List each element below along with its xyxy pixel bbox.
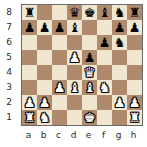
square-c2[interactable] [52, 95, 67, 110]
white-pawn-c3[interactable]: ♟ [54, 80, 66, 95]
square-c4[interactable] [52, 65, 67, 80]
square-g7[interactable]: ♟ [112, 20, 127, 35]
square-h7[interactable]: ♟ [127, 20, 142, 35]
square-c6[interactable] [52, 35, 67, 50]
black-queen-d8[interactable]: ♛ [69, 5, 81, 20]
black-pawn-h7[interactable]: ♟ [129, 20, 141, 35]
square-d5[interactable]: ♟ [67, 50, 82, 65]
white-pawn-a2[interactable]: ♟ [24, 95, 36, 110]
file-labels: abcdefgh [21, 128, 142, 142]
square-h5[interactable] [127, 50, 142, 65]
white-bishop-d3[interactable]: ♝ [69, 80, 81, 95]
rank-label-7: 7 [0, 19, 18, 34]
square-a5[interactable] [22, 50, 37, 65]
square-e1[interactable]: ♚ [82, 110, 97, 125]
black-knight-g8[interactable]: ♞ [114, 5, 126, 20]
white-pawn-d5[interactable]: ♟ [69, 50, 81, 65]
square-f2[interactable] [97, 95, 112, 110]
square-b3[interactable] [37, 80, 52, 95]
square-b8[interactable] [37, 5, 52, 20]
chess-board: ♜♛♚♝♞♜♟♟♟♝♟♟♟♞♟♟♛♟♝♝♞♟♟♟♟♜♞♚♜ [21, 4, 143, 126]
rank-label-3: 3 [0, 79, 18, 94]
square-f3[interactable]: ♞ [97, 80, 112, 95]
square-h8[interactable]: ♜ [127, 5, 142, 20]
square-g6[interactable]: ♞ [112, 35, 127, 50]
rank-label-6: 6 [0, 34, 18, 49]
file-label-c: c [51, 128, 66, 142]
square-h6[interactable] [127, 35, 142, 50]
square-d2[interactable] [67, 95, 82, 110]
rank-label-2: 2 [0, 94, 18, 109]
square-d3[interactable]: ♝ [67, 80, 82, 95]
square-d8[interactable]: ♛ [67, 5, 82, 20]
white-knight-f3[interactable]: ♞ [99, 80, 111, 95]
square-a4[interactable] [22, 65, 37, 80]
square-a1[interactable]: ♜ [22, 110, 37, 125]
square-c7[interactable]: ♟ [52, 20, 67, 35]
file-label-d: d [66, 128, 81, 142]
black-pawn-c7[interactable]: ♟ [54, 20, 66, 35]
square-f7[interactable] [97, 20, 112, 35]
rank-label-4: 4 [0, 64, 18, 79]
square-b4[interactable] [37, 65, 52, 80]
file-label-f: f [96, 128, 111, 142]
rank-label-1: 1 [0, 109, 18, 124]
black-pawn-e5[interactable]: ♟ [84, 50, 96, 65]
square-b7[interactable]: ♟ [37, 20, 52, 35]
square-f4[interactable] [97, 65, 112, 80]
file-label-a: a [21, 128, 36, 142]
square-b6[interactable] [37, 35, 52, 50]
square-d6[interactable] [67, 35, 82, 50]
chess-diagram: 87654321 ♜♛♚♝♞♜♟♟♟♝♟♟♟♞♟♟♛♟♝♝♞♟♟♟♟♜♞♚♜ a… [0, 0, 147, 147]
square-a6[interactable] [22, 35, 37, 50]
square-a8[interactable]: ♜ [22, 5, 37, 20]
white-pawn-g2[interactable]: ♟ [114, 95, 126, 110]
square-a7[interactable]: ♟ [22, 20, 37, 35]
square-h4[interactable] [127, 65, 142, 80]
square-c1[interactable] [52, 110, 67, 125]
square-e7[interactable] [82, 20, 97, 35]
black-pawn-g7[interactable]: ♟ [114, 20, 126, 35]
square-f1[interactable] [97, 110, 112, 125]
square-d4[interactable] [67, 65, 82, 80]
square-e8[interactable]: ♚ [82, 5, 97, 20]
square-b2[interactable]: ♟ [37, 95, 52, 110]
file-label-h: h [126, 128, 141, 142]
square-c8[interactable] [52, 5, 67, 20]
white-queen-e4[interactable]: ♛ [84, 65, 96, 80]
square-f8[interactable]: ♝ [97, 5, 112, 20]
square-d1[interactable] [67, 110, 82, 125]
white-king-e1[interactable]: ♚ [84, 110, 96, 125]
square-g8[interactable]: ♞ [112, 5, 127, 20]
white-pawn-b2[interactable]: ♟ [39, 95, 51, 110]
rank-labels: 87654321 [0, 4, 18, 125]
black-bishop-f8[interactable]: ♝ [99, 5, 111, 20]
rank-label-5: 5 [0, 49, 18, 64]
square-e5[interactable]: ♟ [82, 50, 97, 65]
file-label-e: e [81, 128, 96, 142]
square-e2[interactable] [82, 95, 97, 110]
square-h1[interactable]: ♜ [127, 110, 142, 125]
white-pawn-h2[interactable]: ♟ [129, 95, 141, 110]
white-knight-b1[interactable]: ♞ [39, 110, 51, 125]
white-rook-h1[interactable]: ♜ [129, 110, 141, 125]
square-f6[interactable]: ♟ [97, 35, 112, 50]
square-d7[interactable]: ♝ [67, 20, 82, 35]
square-b1[interactable]: ♞ [37, 110, 52, 125]
square-h3[interactable] [127, 80, 142, 95]
square-g4[interactable] [112, 65, 127, 80]
square-b5[interactable] [37, 50, 52, 65]
black-bishop-d7[interactable]: ♝ [69, 20, 81, 35]
black-pawn-a7[interactable]: ♟ [24, 20, 36, 35]
square-a2[interactable]: ♟ [22, 95, 37, 110]
black-pawn-f6[interactable]: ♟ [99, 35, 111, 50]
square-a3[interactable] [22, 80, 37, 95]
square-e4[interactable]: ♛ [82, 65, 97, 80]
file-label-g: g [111, 128, 126, 142]
file-label-b: b [36, 128, 51, 142]
square-g5[interactable] [112, 50, 127, 65]
square-c3[interactable]: ♟ [52, 80, 67, 95]
square-h2[interactable]: ♟ [127, 95, 142, 110]
square-c5[interactable] [52, 50, 67, 65]
white-rook-a1[interactable]: ♜ [24, 110, 36, 125]
square-f5[interactable] [97, 50, 112, 65]
black-king-e8[interactable]: ♚ [84, 5, 96, 20]
black-rook-a8[interactable]: ♜ [24, 5, 36, 20]
rank-label-8: 8 [0, 4, 18, 19]
square-e6[interactable] [82, 35, 97, 50]
square-e3[interactable]: ♝ [82, 80, 97, 95]
square-g2[interactable]: ♟ [112, 95, 127, 110]
black-knight-g6[interactable]: ♞ [114, 35, 126, 50]
black-pawn-b7[interactable]: ♟ [39, 20, 51, 35]
black-rook-h8[interactable]: ♜ [129, 5, 141, 20]
square-g3[interactable] [112, 80, 127, 95]
white-bishop-e3[interactable]: ♝ [84, 80, 96, 95]
square-g1[interactable] [112, 110, 127, 125]
